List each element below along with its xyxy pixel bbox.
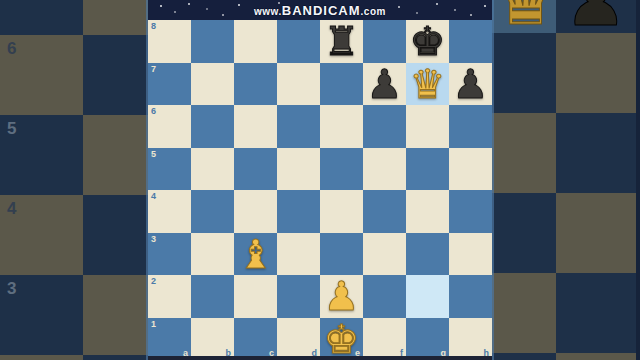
chess-board: 8♜♚7♟♛♟6543♝2♟1abcde♚fgh [148, 20, 492, 360]
background-rank-label-5: 5 [7, 120, 16, 137]
square-g4[interactable] [406, 190, 449, 233]
background-square [83, 115, 148, 195]
square-b8[interactable] [191, 20, 234, 63]
black-rook[interactable]: ♜ [320, 20, 363, 63]
square-h7[interactable]: ♟ [449, 63, 492, 106]
square-d6[interactable] [277, 105, 320, 148]
rank-label-4: 4 [151, 192, 156, 201]
square-g5[interactable] [406, 148, 449, 191]
white-king[interactable]: ♚ [320, 318, 363, 360]
square-b7[interactable] [191, 63, 234, 106]
rank-label-2: 2 [151, 277, 156, 286]
square-d3[interactable] [277, 233, 320, 276]
background-square [492, 33, 556, 113]
white-queen[interactable]: ♛ [406, 63, 449, 106]
square-f6[interactable] [363, 105, 406, 148]
square-b3[interactable] [191, 233, 234, 276]
square-f1[interactable]: f [363, 318, 406, 360]
square-c8[interactable] [234, 20, 277, 63]
square-c4[interactable] [234, 190, 277, 233]
watermark-prefix: www. [254, 6, 282, 17]
background-square [556, 353, 636, 360]
square-g7[interactable]: ♛ [406, 63, 449, 106]
square-d2[interactable] [277, 275, 320, 318]
square-c2[interactable] [234, 275, 277, 318]
square-e2[interactable]: ♟ [320, 275, 363, 318]
background-square [492, 193, 556, 273]
black-pawn[interactable]: ♟ [449, 63, 492, 106]
white-bishop[interactable]: ♝ [234, 233, 277, 276]
square-a5[interactable]: 5 [148, 148, 191, 191]
square-a1[interactable]: 1a [148, 318, 191, 360]
watermark-text: www.BANDICAM.com [254, 1, 386, 19]
background-square: 2 [0, 355, 83, 360]
background-square: 6 [0, 35, 83, 115]
square-a2[interactable]: 2 [148, 275, 191, 318]
square-g1[interactable]: g [406, 318, 449, 360]
square-e1[interactable]: e♚ [320, 318, 363, 360]
background-square: 3 [0, 275, 83, 355]
square-a4[interactable]: 4 [148, 190, 191, 233]
background-rank-label-4: 4 [7, 200, 16, 217]
square-h4[interactable] [449, 190, 492, 233]
square-c3[interactable]: ♝ [234, 233, 277, 276]
square-h1[interactable]: h [449, 318, 492, 360]
background-square [492, 113, 556, 193]
video-frame: www.BANDICAM.com 8♜♚7♟♛♟6543♝2♟1abcde♚fg… [148, 0, 492, 360]
square-c6[interactable] [234, 105, 277, 148]
background-square [0, 0, 83, 35]
square-f7[interactable]: ♟ [363, 63, 406, 106]
background-square [83, 35, 148, 115]
rank-label-6: 6 [151, 107, 156, 116]
white-pawn[interactable]: ♟ [320, 275, 363, 318]
square-g3[interactable] [406, 233, 449, 276]
square-d7[interactable] [277, 63, 320, 106]
square-f3[interactable] [363, 233, 406, 276]
square-d1[interactable]: d [277, 318, 320, 360]
background-square [83, 275, 148, 355]
video-right-edge [492, 0, 494, 360]
background-square [492, 273, 556, 353]
square-e6[interactable] [320, 105, 363, 148]
rank-label-7: 7 [151, 65, 156, 74]
watermark-name: BANDICAM [282, 3, 361, 18]
background-board-left: 65432 [0, 0, 148, 360]
square-f5[interactable] [363, 148, 406, 191]
square-e4[interactable] [320, 190, 363, 233]
square-f8[interactable] [363, 20, 406, 63]
square-g2[interactable] [406, 275, 449, 318]
background-board-right: ♛♟ [492, 0, 640, 360]
watermark-suffix: .com [361, 6, 386, 17]
square-e3[interactable] [320, 233, 363, 276]
stars-decoration [148, 0, 150, 2]
square-h3[interactable] [449, 233, 492, 276]
watermark-bar: www.BANDICAM.com [148, 0, 492, 20]
square-c1[interactable]: c [234, 318, 277, 360]
background-square: 4 [0, 195, 83, 275]
square-g6[interactable] [406, 105, 449, 148]
background-square [556, 193, 636, 273]
square-c7[interactable] [234, 63, 277, 106]
square-d8[interactable] [277, 20, 320, 63]
rank-label-3: 3 [151, 235, 156, 244]
square-b6[interactable] [191, 105, 234, 148]
background-square [83, 0, 148, 35]
square-h6[interactable] [449, 105, 492, 148]
screenshot-root: 65432 ♛♟ www.BANDICAM.com 8♜♚7♟♛♟6543♝2♟… [0, 0, 640, 360]
square-b2[interactable] [191, 275, 234, 318]
background-rank-label-6: 6 [7, 40, 16, 57]
background-square [83, 195, 148, 275]
square-h2[interactable] [449, 275, 492, 318]
square-h8[interactable] [449, 20, 492, 63]
background-square [556, 113, 636, 193]
square-a3[interactable]: 3 [148, 233, 191, 276]
square-d4[interactable] [277, 190, 320, 233]
background-square [492, 353, 556, 360]
background-square [83, 355, 148, 360]
square-e5[interactable] [320, 148, 363, 191]
square-g8[interactable]: ♚ [406, 20, 449, 63]
square-f4[interactable] [363, 190, 406, 233]
background-square [556, 33, 636, 113]
background-square: 5 [0, 115, 83, 195]
rank-label-1: 1 [151, 320, 156, 329]
black-pawn[interactable]: ♟ [363, 63, 406, 106]
square-a7[interactable]: 7 [148, 63, 191, 106]
black-king[interactable]: ♚ [406, 20, 449, 63]
square-h5[interactable] [449, 148, 492, 191]
background-square [556, 0, 636, 33]
background-rank-label-3: 3 [7, 280, 16, 297]
square-d5[interactable] [277, 148, 320, 191]
rank-label-5: 5 [151, 150, 156, 159]
square-a6[interactable]: 6 [148, 105, 191, 148]
square-b4[interactable] [191, 190, 234, 233]
square-f2[interactable] [363, 275, 406, 318]
square-c5[interactable] [234, 148, 277, 191]
square-b5[interactable] [191, 148, 234, 191]
square-a8[interactable]: 8 [148, 20, 191, 63]
background-square [492, 0, 556, 33]
square-e8[interactable]: ♜ [320, 20, 363, 63]
background-square [556, 273, 636, 353]
square-e7[interactable] [320, 63, 363, 106]
board-bottom-edge [148, 356, 492, 360]
rank-label-8: 8 [151, 22, 156, 31]
square-b1[interactable]: b [191, 318, 234, 360]
